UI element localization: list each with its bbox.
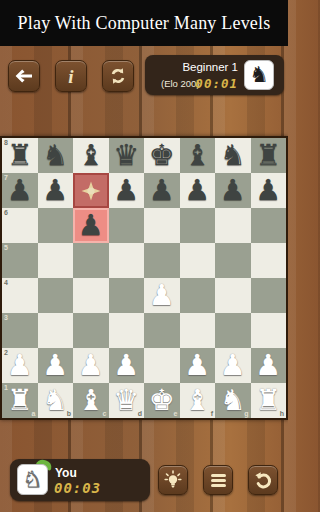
square-e8[interactable]: ♚	[144, 138, 180, 173]
square-d4[interactable]	[109, 278, 145, 313]
square-a2[interactable]: ♟2	[2, 348, 38, 383]
black-knight: ♞	[42, 141, 68, 170]
white-pawn: ♟	[255, 351, 281, 380]
refresh-icon	[109, 67, 127, 85]
rank-label-3: 3	[4, 314, 8, 321]
square-f4[interactable]	[180, 278, 216, 313]
rank-label-8: 8	[4, 139, 8, 146]
square-b3[interactable]	[38, 313, 74, 348]
square-a3[interactable]: 3	[2, 313, 38, 348]
square-g6[interactable]	[215, 208, 251, 243]
square-h5[interactable]	[251, 243, 287, 278]
title-bar: Play With Computer Many Levels	[0, 0, 288, 46]
square-h6[interactable]	[251, 208, 287, 243]
black-pawn: ♟	[255, 176, 281, 205]
opponent-name: Beginner 1	[182, 61, 238, 73]
file-label-g: g	[244, 410, 248, 417]
square-c6[interactable]: ♟	[73, 208, 109, 243]
square-d3[interactable]	[109, 313, 145, 348]
square-b4[interactable]	[38, 278, 74, 313]
square-a7[interactable]: ♟7	[2, 173, 38, 208]
black-pawn: ♟	[184, 176, 210, 205]
menu-button[interactable]	[203, 465, 233, 495]
white-knight-icon: ♞	[23, 469, 43, 491]
square-e7[interactable]: ♟	[144, 173, 180, 208]
square-f6[interactable]	[180, 208, 216, 243]
rank-label-1: 1	[4, 384, 8, 391]
square-d7[interactable]: ♟	[109, 173, 145, 208]
square-f2[interactable]: ♟	[180, 348, 216, 383]
square-e1[interactable]: ♚e	[144, 383, 180, 418]
square-g2[interactable]: ♟	[215, 348, 251, 383]
square-h3[interactable]	[251, 313, 287, 348]
undo-arrow-icon	[254, 471, 273, 490]
player-clock: 00:03	[54, 480, 101, 496]
square-h8[interactable]: ♜	[251, 138, 287, 173]
hamburger-menu-icon	[211, 474, 226, 487]
white-pawn: ♟	[78, 351, 104, 380]
rank-label-7: 7	[4, 174, 8, 181]
move-from-icon	[81, 181, 101, 201]
square-h1[interactable]: ♜h	[251, 383, 287, 418]
chess-board: ♜8♞♝♛♚♝♞♜♟7♟♟♟♟♟♟6♟54♟3♟2♟♟♟♟♟♟♜1a♞b♝c♛d…	[0, 136, 288, 420]
square-c5[interactable]	[73, 243, 109, 278]
square-f3[interactable]	[180, 313, 216, 348]
square-d2[interactable]: ♟	[109, 348, 145, 383]
black-rook: ♜	[7, 141, 33, 170]
file-label-c: c	[103, 410, 107, 417]
file-label-d: d	[138, 410, 142, 417]
square-f1[interactable]: ♝f	[180, 383, 216, 418]
square-a1[interactable]: ♜1a	[2, 383, 38, 418]
square-f7[interactable]: ♟	[180, 173, 216, 208]
white-king: ♚	[149, 386, 175, 415]
rank-label-2: 2	[4, 349, 8, 356]
opponent-elo: (Elo 200)	[161, 78, 200, 89]
lightbulb-icon	[163, 470, 183, 490]
black-pawn: ♟	[220, 176, 246, 205]
black-bishop: ♝	[78, 141, 104, 170]
square-g7[interactable]: ♟	[215, 173, 251, 208]
square-a5[interactable]: 5	[2, 243, 38, 278]
square-c3[interactable]	[73, 313, 109, 348]
square-h7[interactable]: ♟	[251, 173, 287, 208]
file-label-a: a	[32, 410, 36, 417]
page-title: Play With Computer Many Levels	[18, 13, 271, 34]
square-d1[interactable]: ♛d	[109, 383, 145, 418]
refresh-button[interactable]	[102, 60, 134, 92]
white-pawn: ♟	[149, 281, 175, 310]
square-g3[interactable]	[215, 313, 251, 348]
square-b1[interactable]: ♞b	[38, 383, 74, 418]
square-e2[interactable]	[144, 348, 180, 383]
square-b5[interactable]	[38, 243, 74, 278]
square-c2[interactable]: ♟	[73, 348, 109, 383]
rank-label-5: 5	[4, 244, 8, 251]
white-bishop: ♝	[184, 386, 210, 415]
square-a4[interactable]: 4	[2, 278, 38, 313]
black-bishop: ♝	[184, 141, 210, 170]
square-g1[interactable]: ♞g	[215, 383, 251, 418]
white-bishop: ♝	[78, 386, 104, 415]
white-pawn: ♟	[220, 351, 246, 380]
file-label-b: b	[67, 410, 71, 417]
square-h4[interactable]	[251, 278, 287, 313]
square-d5[interactable]	[109, 243, 145, 278]
square-g4[interactable]	[215, 278, 251, 313]
white-pawn: ♟	[7, 351, 33, 380]
square-e5[interactable]	[144, 243, 180, 278]
info-icon: i	[68, 67, 73, 86]
square-c8[interactable]: ♝	[73, 138, 109, 173]
white-pawn: ♟	[113, 351, 139, 380]
square-e4[interactable]: ♟	[144, 278, 180, 313]
square-e3[interactable]	[144, 313, 180, 348]
square-c1[interactable]: ♝c	[73, 383, 109, 418]
square-h2[interactable]: ♟	[251, 348, 287, 383]
square-b8[interactable]: ♞	[38, 138, 74, 173]
black-knight-icon: ♞	[249, 64, 269, 86]
square-d8[interactable]: ♛	[109, 138, 145, 173]
black-king: ♚	[149, 141, 175, 170]
rank-label-4: 4	[4, 279, 8, 286]
black-pawn: ♟	[42, 176, 68, 205]
opponent-clock: 00:01	[195, 76, 238, 91]
black-knight: ♞	[220, 141, 246, 170]
file-label-e: e	[174, 410, 178, 417]
square-b7[interactable]: ♟	[38, 173, 74, 208]
white-rook: ♜	[7, 386, 33, 415]
black-pawn: ♟	[78, 211, 104, 240]
square-a8[interactable]: ♜8	[2, 138, 38, 173]
rank-label-6: 6	[4, 209, 8, 216]
square-c4[interactable]	[73, 278, 109, 313]
white-pawn: ♟	[184, 351, 210, 380]
white-pawn: ♟	[42, 351, 68, 380]
square-f5[interactable]	[180, 243, 216, 278]
file-label-f: f	[211, 410, 213, 417]
square-c7[interactable]	[73, 173, 109, 208]
black-pawn: ♟	[113, 176, 139, 205]
file-label-h: h	[280, 410, 284, 417]
player-name: You	[55, 466, 77, 480]
white-queen: ♛	[113, 386, 139, 415]
white-rook: ♜	[255, 386, 281, 415]
black-queen: ♛	[113, 141, 139, 170]
square-b6[interactable]	[38, 208, 74, 243]
square-b2[interactable]: ♟	[38, 348, 74, 383]
square-d6[interactable]	[109, 208, 145, 243]
square-a6[interactable]: 6	[2, 208, 38, 243]
square-f8[interactable]: ♝	[180, 138, 216, 173]
square-g5[interactable]	[215, 243, 251, 278]
square-e6[interactable]	[144, 208, 180, 243]
black-pawn: ♟	[7, 176, 33, 205]
undo-button[interactable]	[248, 465, 278, 495]
square-g8[interactable]: ♞	[215, 138, 251, 173]
opponent-panel: Beginner 1 (Elo 200) 00:01 ♞	[145, 55, 284, 95]
black-rook: ♜	[255, 141, 281, 170]
hint-button[interactable]	[158, 465, 188, 495]
player-avatar: ♞	[17, 464, 48, 495]
info-button[interactable]: i	[55, 60, 87, 92]
black-pawn: ♟	[149, 176, 175, 205]
back-arrow-icon	[15, 69, 33, 83]
opponent-avatar: ♞	[244, 60, 274, 90]
white-knight: ♞	[42, 386, 68, 415]
back-button[interactable]	[8, 60, 40, 92]
white-knight: ♞	[220, 386, 246, 415]
player-panel: ♞ You 00:03	[10, 459, 150, 501]
